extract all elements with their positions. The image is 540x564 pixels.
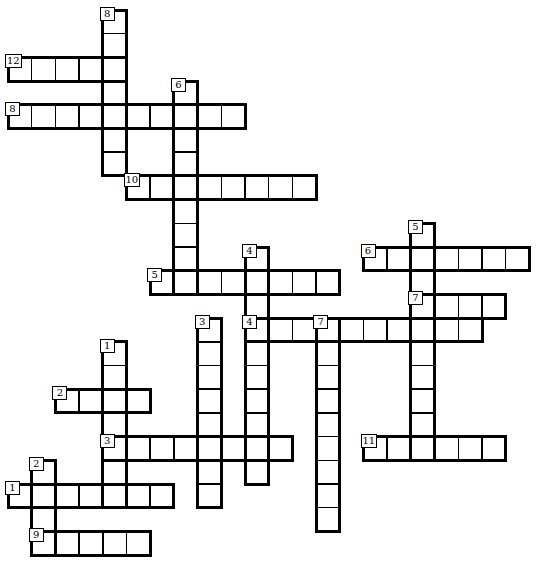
- word-4-down: [244, 246, 271, 486]
- word-10-across: [125, 174, 318, 201]
- clue-number-12-across: 12: [5, 54, 22, 68]
- clue-number-7-down: 7: [313, 315, 328, 329]
- word-8-down: [101, 9, 128, 178]
- word-3-down: [196, 317, 223, 510]
- word-7-down: [315, 317, 342, 533]
- clue-number-9-across: 9: [29, 528, 44, 542]
- word-6-down: [172, 80, 199, 296]
- word-1-down: [101, 340, 128, 509]
- word-6-across: [362, 246, 531, 273]
- clue-number-10-across: 10: [124, 173, 141, 187]
- clue-number-6-down: 6: [171, 78, 186, 92]
- clue-number-5-across: 5: [147, 268, 162, 282]
- clue-number-8-across: 8: [5, 102, 20, 116]
- clue-number-5-down: 5: [408, 220, 423, 234]
- crossword-board: 12810657423111986543712: [0, 0, 540, 564]
- clue-number-4-across: 4: [242, 315, 257, 329]
- clue-number-8-down: 8: [100, 7, 115, 21]
- clue-number-2-across: 2: [52, 386, 67, 400]
- clue-number-1-down: 1: [100, 339, 115, 353]
- word-5-down: [409, 222, 436, 462]
- clue-number-4-down: 4: [242, 244, 257, 258]
- clue-number-11-across: 11: [361, 434, 378, 448]
- clue-number-7-across: 7: [408, 291, 423, 305]
- clue-number-3-across: 3: [100, 434, 115, 448]
- word-4-across: [244, 317, 484, 344]
- clue-number-2-down: 2: [29, 457, 44, 471]
- clue-number-6-across: 6: [361, 244, 376, 258]
- clue-number-3-down: 3: [195, 315, 210, 329]
- clue-number-1-across: 1: [5, 481, 20, 495]
